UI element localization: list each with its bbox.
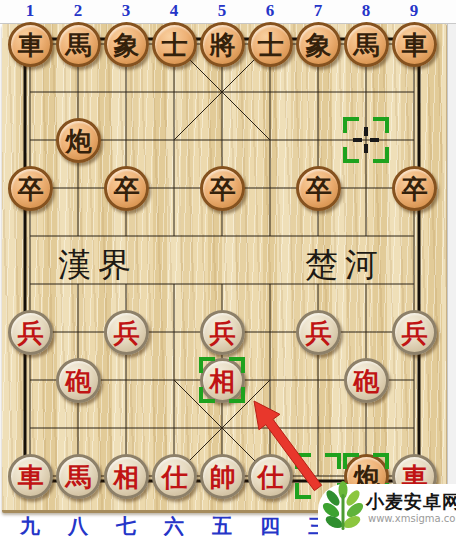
piece-glyph: 象 [114,30,140,60]
col-label-top-4: 4 [159,1,189,21]
piece-glyph: 仕 [258,462,284,492]
piece-glyph: 士 [258,30,284,60]
piece-glyph: 仕 [162,462,188,492]
piece-glyph: 象 [306,30,332,60]
piece-red-仕-c4r9[interactable]: 仕 [152,454,197,499]
piece-glyph: 兵 [18,318,44,348]
watermark-title: 小麦安卓网 [366,490,456,514]
xiangqi-app-screen: 漢界 楚河 車馬象士將士象馬車炮卒卒卒卒卒炮兵兵兵兵兵砲相砲車馬相仕帥仕車 九八… [0,0,456,536]
piece-black-象-c3r0[interactable]: 象 [104,22,149,67]
piece-glyph: 兵 [402,318,428,348]
watermark-url: www.xmsigma.com [368,513,456,524]
piece-glyph: 車 [402,30,428,60]
piece-red-帥-c5r9[interactable]: 帥 [200,454,245,499]
col-label-bottom-2: 八 [62,513,94,536]
piece-glyph: 馬 [66,462,92,492]
piece-glyph: 帥 [210,462,236,492]
piece-black-士-c6r0[interactable]: 士 [248,22,293,67]
piece-glyph: 砲 [66,366,92,396]
piece-red-兵-c5r6[interactable]: 兵 [200,310,245,355]
col-label-top-1: 1 [15,1,45,21]
piece-glyph: 相 [210,366,236,396]
piece-black-象-c7r0[interactable]: 象 [296,22,341,67]
piece-glyph: 馬 [354,30,380,60]
piece-red-兵-c1r6[interactable]: 兵 [8,310,53,355]
piece-black-卒-c5r3[interactable]: 卒 [200,166,245,211]
piece-red-砲-c2r7[interactable]: 砲 [56,358,101,403]
piece-red-兵-c3r6[interactable]: 兵 [104,310,149,355]
col-label-bottom-4: 六 [158,513,190,536]
piece-glyph: 士 [162,30,188,60]
piece-glyph: 將 [210,30,236,60]
piece-red-車-c1r9[interactable]: 車 [8,454,53,499]
piece-black-車-c1r0[interactable]: 車 [8,22,53,67]
col-label-top-3: 3 [111,1,141,21]
col-label-bottom-1: 九 [14,513,46,536]
piece-glyph: 兵 [306,318,332,348]
col-label-top-9: 9 [399,1,429,21]
watermark: 小麦安卓网 www.xmsigma.com [318,484,456,536]
piece-glyph: 卒 [18,174,44,204]
piece-black-卒-c3r3[interactable]: 卒 [104,166,149,211]
piece-black-卒-c7r3[interactable]: 卒 [296,166,341,211]
piece-red-相-c3r9[interactable]: 相 [104,454,149,499]
piece-red-相-c5r7[interactable]: 相 [200,358,245,403]
piece-red-兵-c9r6[interactable]: 兵 [392,310,437,355]
piece-black-卒-c9r3[interactable]: 卒 [392,166,437,211]
col-label-top-7: 7 [303,1,333,21]
col-label-top-2: 2 [63,1,93,21]
piece-black-車-c9r0[interactable]: 車 [392,22,437,67]
piece-glyph: 炮 [66,126,92,156]
piece-black-馬-c8r0[interactable]: 馬 [344,22,389,67]
piece-black-炮-c2r2[interactable]: 炮 [56,118,101,163]
piece-red-兵-c7r6[interactable]: 兵 [296,310,341,355]
piece-glyph: 車 [18,30,44,60]
piece-black-士-c4r0[interactable]: 士 [152,22,197,67]
piece-glyph: 相 [114,462,140,492]
right-edge-strip [447,24,456,513]
piece-black-將-c5r0[interactable]: 將 [200,22,245,67]
piece-glyph: 卒 [306,174,332,204]
piece-glyph: 車 [18,462,44,492]
col-label-bottom-3: 七 [110,513,142,536]
piece-glyph: 砲 [354,366,380,396]
col-label-bottom-6: 四 [254,513,286,536]
piece-glyph: 兵 [210,318,236,348]
watermark-wheat-icon [320,478,366,534]
piece-red-仕-c6r9[interactable]: 仕 [248,454,293,499]
col-label-top-8: 8 [351,1,381,21]
col-label-top-5: 5 [207,1,237,21]
col-label-top-6: 6 [255,1,285,21]
piece-red-馬-c2r9[interactable]: 馬 [56,454,101,499]
river-label-right: 楚河 [285,243,405,288]
piece-black-卒-c1r3[interactable]: 卒 [8,166,53,211]
piece-glyph: 馬 [66,30,92,60]
river-label-left: 漢界 [38,243,158,288]
piece-black-馬-c2r0[interactable]: 馬 [56,22,101,67]
piece-glyph: 卒 [210,174,236,204]
col-label-bottom-5: 五 [206,513,238,536]
piece-red-砲-c8r7[interactable]: 砲 [344,358,389,403]
piece-glyph: 卒 [114,174,140,204]
piece-glyph: 兵 [114,318,140,348]
piece-glyph: 卒 [402,174,428,204]
